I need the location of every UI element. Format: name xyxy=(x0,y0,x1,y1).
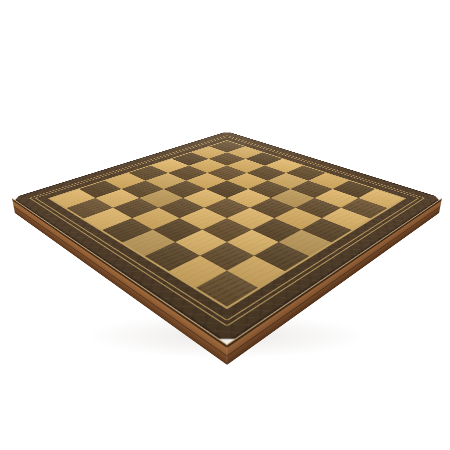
board-scene: Verde xyxy=(0,0,450,450)
product-photo-canvas: Verde xyxy=(0,0,450,450)
checkerboard-grid xyxy=(51,141,403,306)
playing-field-frame xyxy=(48,140,406,309)
